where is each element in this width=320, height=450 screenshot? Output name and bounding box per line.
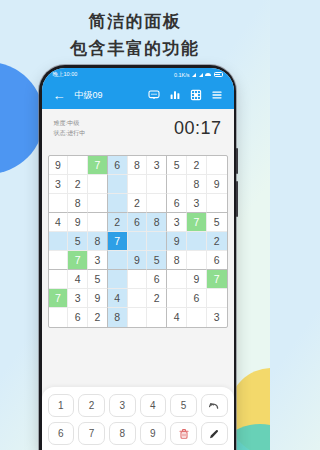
sudoku-cell[interactable]: 3: [187, 194, 207, 213]
sudoku-cell[interactable]: [88, 175, 108, 194]
sudoku-cell[interactable]: 2: [128, 194, 148, 213]
sudoku-cell[interactable]: 9: [68, 213, 88, 232]
battery-icon: [214, 72, 223, 77]
sudoku-cell[interactable]: [147, 175, 167, 194]
board-icon[interactable]: [190, 89, 202, 101]
sudoku-cell[interactable]: 8: [88, 232, 108, 251]
sudoku-cell[interactable]: 7: [49, 289, 69, 308]
sudoku-cell[interactable]: 2: [207, 232, 227, 251]
sudoku-cell[interactable]: 8: [147, 213, 167, 232]
phone-mockup: 晚上10:00 0.1K/s ← 中级09: [39, 65, 236, 450]
sudoku-cell[interactable]: 3: [207, 308, 227, 327]
sudoku-cell[interactable]: 8: [128, 156, 148, 175]
sudoku-cell[interactable]: 5: [88, 270, 108, 289]
undo-icon[interactable]: [201, 394, 228, 417]
sudoku-cell[interactable]: 4: [68, 270, 88, 289]
numpad-button-3[interactable]: 3: [109, 394, 136, 417]
signal-icon: [192, 73, 196, 77]
sudoku-cell[interactable]: 4: [167, 308, 187, 327]
app-bar: ← 中级09: [42, 82, 234, 109]
sudoku-cell[interactable]: [128, 232, 148, 251]
decor-circle-blue: [0, 62, 44, 174]
promo-headline: 简洁的面板 包含丰富的功能: [0, 8, 270, 62]
sudoku-cell[interactable]: 6: [207, 251, 227, 270]
sudoku-cell[interactable]: 8: [68, 194, 88, 213]
sudoku-cell[interactable]: 6: [68, 308, 88, 327]
sudoku-cell[interactable]: 5: [207, 213, 227, 232]
pencil-icon[interactable]: [201, 422, 228, 445]
sudoku-cell[interactable]: 3: [88, 251, 108, 270]
sudoku-cell[interactable]: 6: [187, 289, 207, 308]
sudoku-cell[interactable]: 7: [207, 270, 227, 289]
sudoku-cell[interactable]: 3: [68, 289, 88, 308]
sudoku-cell[interactable]: 2: [187, 156, 207, 175]
sudoku-cell[interactable]: 9: [128, 251, 148, 270]
numpad-button-2[interactable]: 2: [78, 394, 105, 417]
status-label: 状态:进行中: [54, 128, 86, 138]
numpad: 12345 6789: [42, 387, 234, 450]
sudoku-cell[interactable]: 3: [147, 156, 167, 175]
sudoku-cell[interactable]: 9: [49, 156, 69, 175]
numpad-button-8[interactable]: 8: [109, 422, 136, 445]
sudoku-cell[interactable]: 9: [187, 270, 207, 289]
numpad-row1: 12345: [48, 394, 228, 417]
sudoku-cell[interactable]: 5: [147, 251, 167, 270]
network-speed: 0.1K/s: [174, 72, 190, 78]
sudoku-cell[interactable]: [49, 308, 69, 327]
sudoku-cell[interactable]: [49, 194, 69, 213]
game-timer: 00:17: [174, 118, 222, 139]
wifi-icon: [205, 73, 211, 76]
sudoku-cell[interactable]: 4: [49, 213, 69, 232]
promo-headline-line2: 包含丰富的功能: [0, 35, 270, 62]
sudoku-cell[interactable]: [167, 270, 187, 289]
phone-screen: 晚上10:00 0.1K/s ← 中级09: [42, 68, 234, 450]
menu-icon[interactable]: [211, 89, 223, 101]
sudoku-cell[interactable]: [108, 270, 128, 289]
sudoku-cell[interactable]: [147, 194, 167, 213]
sudoku-cell[interactable]: [207, 289, 227, 308]
signal2-icon: [199, 73, 203, 77]
sudoku-cell[interactable]: 7: [88, 156, 108, 175]
numpad-button-1[interactable]: 1: [48, 394, 75, 417]
sudoku-cell[interactable]: [88, 194, 108, 213]
sudoku-cell[interactable]: 7: [187, 213, 207, 232]
sudoku-cell[interactable]: [128, 308, 148, 327]
sudoku-cell[interactable]: [147, 232, 167, 251]
app-bar-title: 中级09: [75, 89, 103, 102]
numpad-button-5[interactable]: 5: [170, 394, 197, 417]
sudoku-cell[interactable]: [147, 308, 167, 327]
sudoku-cell[interactable]: 8: [187, 175, 207, 194]
sudoku-cell[interactable]: 6: [108, 156, 128, 175]
numpad-button-9[interactable]: 9: [140, 422, 167, 445]
sudoku-cell[interactable]: 8: [167, 251, 187, 270]
sudoku-cell[interactable]: [108, 194, 128, 213]
sudoku-cell[interactable]: [68, 156, 88, 175]
info-panel: 难度:中级 状态:进行中 00:17: [54, 118, 222, 139]
sudoku-cell[interactable]: [167, 175, 187, 194]
sudoku-cell[interactable]: 5: [68, 232, 88, 251]
stats-icon[interactable]: [169, 89, 181, 101]
sudoku-cell[interactable]: 8: [108, 308, 128, 327]
sudoku-cell[interactable]: 6: [128, 213, 148, 232]
sudoku-cell[interactable]: 3: [49, 175, 69, 194]
sudoku-cell[interactable]: 6: [147, 270, 167, 289]
sudoku-cell[interactable]: 2: [88, 308, 108, 327]
sudoku-cell[interactable]: 9: [207, 175, 227, 194]
sudoku-cell[interactable]: [128, 270, 148, 289]
sudoku-cell[interactable]: 3: [167, 213, 187, 232]
back-arrow-icon[interactable]: ←: [53, 89, 66, 102]
promo-headline-line1: 简洁的面板: [0, 8, 270, 35]
phone-volume-button: [236, 148, 238, 174]
sudoku-cell[interactable]: 4: [108, 289, 128, 308]
game-area: 难度:中级 状态:进行中 00:17 976835232898263492683…: [42, 109, 234, 450]
numpad-button-4[interactable]: 4: [140, 394, 167, 417]
sudoku-grid: 9768352328982634926837558792739586456977…: [48, 155, 228, 328]
sudoku-cell[interactable]: [187, 232, 207, 251]
sudoku-cell[interactable]: [207, 156, 227, 175]
sudoku-cell[interactable]: 5: [167, 156, 187, 175]
sudoku-cell[interactable]: [187, 308, 207, 327]
sudoku-cell[interactable]: [49, 270, 69, 289]
sudoku-cell[interactable]: [128, 289, 148, 308]
sudoku-cell[interactable]: [108, 175, 128, 194]
sudoku-cell[interactable]: [108, 251, 128, 270]
numpad-row2: 6789: [48, 422, 228, 445]
message-icon[interactable]: [148, 89, 160, 101]
sudoku-cell[interactable]: 7: [68, 251, 88, 270]
sudoku-cell[interactable]: 2: [108, 213, 128, 232]
sudoku-cell[interactable]: 9: [167, 232, 187, 251]
phone-power-button: [236, 181, 238, 217]
sudoku-cell[interactable]: 6: [167, 194, 187, 213]
sudoku-cell[interactable]: [167, 289, 187, 308]
numpad-button-6[interactable]: 6: [48, 422, 75, 445]
sudoku-cell[interactable]: 9: [88, 289, 108, 308]
sudoku-cell[interactable]: [88, 213, 108, 232]
sudoku-cell[interactable]: [207, 194, 227, 213]
difficulty-label: 难度:中级: [54, 118, 86, 128]
sudoku-cell[interactable]: 2: [68, 175, 88, 194]
sudoku-cell[interactable]: [49, 232, 69, 251]
status-bar: 晚上10:00 0.1K/s: [42, 68, 234, 82]
sudoku-cell[interactable]: [128, 175, 148, 194]
sudoku-cell[interactable]: [49, 251, 69, 270]
status-time: 晚上10:00: [53, 71, 78, 78]
sudoku-cell[interactable]: [187, 251, 207, 270]
sudoku-cell[interactable]: 7: [108, 232, 128, 251]
numpad-button-7[interactable]: 7: [78, 422, 105, 445]
sudoku-cell[interactable]: 2: [147, 289, 167, 308]
trash-icon[interactable]: [170, 422, 197, 445]
